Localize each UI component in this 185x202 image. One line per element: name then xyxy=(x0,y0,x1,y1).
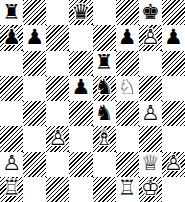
square-g3[interactable] xyxy=(139,126,162,151)
square-a8[interactable]: ♜ xyxy=(0,0,23,25)
square-f8[interactable] xyxy=(116,0,139,25)
square-b6[interactable] xyxy=(23,51,46,76)
black-pawn-icon: ♟ xyxy=(162,25,185,50)
square-h4[interactable] xyxy=(162,101,185,126)
white-pawn-icon: ♟♙ xyxy=(0,152,23,177)
square-e2[interactable] xyxy=(93,152,116,177)
square-c8[interactable] xyxy=(46,0,69,25)
square-f7[interactable]: ♟ xyxy=(116,25,139,50)
black-queen-icon: ♛ xyxy=(69,0,92,25)
white-knight-icon: ♞♘ xyxy=(116,76,139,101)
black-pawn-icon: ♟ xyxy=(23,25,46,50)
square-d3[interactable] xyxy=(69,126,92,151)
white-pawn-icon: ♟♙ xyxy=(46,126,69,151)
square-c4[interactable] xyxy=(46,101,69,126)
black-pawn-icon: ♟ xyxy=(0,25,23,50)
square-h8[interactable] xyxy=(162,0,185,25)
square-b3[interactable] xyxy=(23,126,46,151)
black-rook-icon: ♜ xyxy=(0,0,23,25)
square-e7[interactable] xyxy=(93,25,116,50)
square-b7[interactable]: ♟ xyxy=(23,25,46,50)
white-pawn-icon: ♟♙ xyxy=(139,101,162,126)
square-e1[interactable] xyxy=(93,177,116,202)
square-b4[interactable] xyxy=(23,101,46,126)
square-b1[interactable] xyxy=(23,177,46,202)
white-pawn-icon: ♟♙ xyxy=(139,25,162,50)
square-h1[interactable] xyxy=(162,177,185,202)
square-c3[interactable]: ♟♙ xyxy=(46,126,69,151)
square-a1[interactable]: ♜♖ xyxy=(0,177,23,202)
square-d4[interactable] xyxy=(69,101,92,126)
square-a7[interactable]: ♟ xyxy=(0,25,23,50)
square-c6[interactable] xyxy=(46,51,69,76)
square-e5[interactable]: ♞ xyxy=(93,76,116,101)
square-e8[interactable] xyxy=(93,0,116,25)
square-g5[interactable] xyxy=(139,76,162,101)
square-g8[interactable]: ♚ xyxy=(139,0,162,25)
square-f4[interactable] xyxy=(116,101,139,126)
square-f6[interactable] xyxy=(116,51,139,76)
square-d1[interactable] xyxy=(69,177,92,202)
square-b8[interactable] xyxy=(23,0,46,25)
square-h3[interactable] xyxy=(162,126,185,151)
square-b2[interactable] xyxy=(23,152,46,177)
square-d7[interactable] xyxy=(69,25,92,50)
square-d8[interactable]: ♛ xyxy=(69,0,92,25)
square-c7[interactable] xyxy=(46,25,69,50)
black-king-icon: ♚ xyxy=(139,0,162,25)
square-f5[interactable]: ♞♘ xyxy=(116,76,139,101)
white-bishop-icon: ♝♗ xyxy=(93,126,116,151)
square-g7[interactable]: ♟♙ xyxy=(139,25,162,50)
square-f3[interactable] xyxy=(116,126,139,151)
square-e6[interactable]: ♜ xyxy=(93,51,116,76)
square-f2[interactable] xyxy=(116,152,139,177)
black-rook-icon: ♜ xyxy=(93,51,116,76)
square-a4[interactable] xyxy=(0,101,23,126)
white-queen-icon: ♛♕ xyxy=(139,152,162,177)
square-g2[interactable]: ♛♕ xyxy=(139,152,162,177)
square-h6[interactable] xyxy=(162,51,185,76)
white-king-icon: ♚♔ xyxy=(139,177,162,202)
square-d6[interactable] xyxy=(69,51,92,76)
square-h2[interactable]: ♟♙ xyxy=(162,152,185,177)
square-h7[interactable]: ♟ xyxy=(162,25,185,50)
square-c5[interactable] xyxy=(46,76,69,101)
white-rook-icon: ♜♖ xyxy=(0,177,23,202)
black-pawn-icon: ♟ xyxy=(69,76,92,101)
square-g1[interactable]: ♚♔ xyxy=(139,177,162,202)
square-a5[interactable] xyxy=(0,76,23,101)
square-c1[interactable] xyxy=(46,177,69,202)
square-g4[interactable]: ♟♙ xyxy=(139,101,162,126)
square-h5[interactable] xyxy=(162,76,185,101)
black-knight-icon: ♞ xyxy=(93,101,116,126)
square-b5[interactable] xyxy=(23,76,46,101)
square-f1[interactable]: ♜♖ xyxy=(116,177,139,202)
square-a6[interactable] xyxy=(0,51,23,76)
black-pawn-icon: ♟ xyxy=(116,25,139,50)
square-a2[interactable]: ♟♙ xyxy=(0,152,23,177)
chess-diagram: ♜♛♚♟♟♟♟♙♟♜♟♞♞♘♞♟♙♟♙♝♗♟♙♛♕♟♙♜♖♜♖♚♔ xyxy=(0,0,185,202)
square-g6[interactable] xyxy=(139,51,162,76)
square-a3[interactable] xyxy=(0,126,23,151)
chess-board: ♜♛♚♟♟♟♟♙♟♜♟♞♞♘♞♟♙♟♙♝♗♟♙♛♕♟♙♜♖♜♖♚♔ xyxy=(0,0,185,202)
square-d2[interactable] xyxy=(69,152,92,177)
square-e3[interactable]: ♝♗ xyxy=(93,126,116,151)
black-knight-icon: ♞ xyxy=(93,76,116,101)
square-c2[interactable] xyxy=(46,152,69,177)
white-rook-icon: ♜♖ xyxy=(116,177,139,202)
white-pawn-icon: ♟♙ xyxy=(162,152,185,177)
square-e4[interactable]: ♞ xyxy=(93,101,116,126)
square-d5[interactable]: ♟ xyxy=(69,76,92,101)
